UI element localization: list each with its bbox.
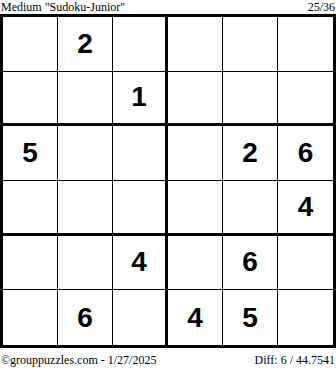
cell-r3c4[interactable] bbox=[168, 126, 223, 181]
given-digit: 5 bbox=[242, 302, 258, 334]
cell-r2c4[interactable] bbox=[168, 72, 223, 127]
given-digit: 4 bbox=[187, 302, 203, 334]
given-digit: 6 bbox=[242, 246, 258, 278]
cell-r3c1: 5 bbox=[3, 126, 58, 181]
cell-r1c3[interactable] bbox=[113, 17, 168, 72]
puzzle-header: Medium "Sudoku-Junior" 25/36 bbox=[0, 0, 336, 14]
puzzle-counter: 25/36 bbox=[308, 1, 335, 14]
given-digit: 4 bbox=[298, 191, 314, 223]
puzzle-footer: ©grouppuzzles.com - 1/27/2025 Diff: 6 / … bbox=[0, 354, 336, 367]
sudoku-board: 21526446645 bbox=[0, 14, 336, 348]
given-digit: 5 bbox=[22, 137, 38, 169]
cell-r4c5[interactable] bbox=[223, 181, 278, 236]
cell-r1c2: 2 bbox=[58, 17, 113, 72]
cell-r3c3[interactable] bbox=[113, 126, 168, 181]
puzzle-title: Medium "Sudoku-Junior" bbox=[1, 1, 125, 14]
cell-r5c6[interactable] bbox=[278, 236, 333, 291]
cell-r5c3: 4 bbox=[113, 236, 168, 291]
cell-r6c6[interactable] bbox=[278, 290, 333, 345]
cell-r2c3: 1 bbox=[113, 72, 168, 127]
cell-r5c4[interactable] bbox=[168, 236, 223, 291]
cell-r5c5: 6 bbox=[223, 236, 278, 291]
cell-r5c1[interactable] bbox=[3, 236, 58, 291]
given-digit: 6 bbox=[298, 137, 314, 169]
cell-r5c2[interactable] bbox=[58, 236, 113, 291]
cell-r3c5: 2 bbox=[223, 126, 278, 181]
given-digit: 4 bbox=[131, 246, 147, 278]
given-digit: 2 bbox=[77, 28, 93, 60]
cell-r2c6[interactable] bbox=[278, 72, 333, 127]
cell-r1c6[interactable] bbox=[278, 17, 333, 72]
cell-r4c3[interactable] bbox=[113, 181, 168, 236]
cell-r4c6: 4 bbox=[278, 181, 333, 236]
cell-r3c2[interactable] bbox=[58, 126, 113, 181]
cell-r6c5: 5 bbox=[223, 290, 278, 345]
cell-r6c1[interactable] bbox=[3, 290, 58, 345]
given-digit: 6 bbox=[77, 302, 93, 334]
cell-r3c6: 6 bbox=[278, 126, 333, 181]
puzzle-page: Medium "Sudoku-Junior" 25/36 21526446645… bbox=[0, 0, 336, 370]
cell-r6c4: 4 bbox=[168, 290, 223, 345]
difficulty-text: Diff: 6 / 44.7541 bbox=[255, 354, 335, 367]
cell-r1c4[interactable] bbox=[168, 17, 223, 72]
cell-r4c4[interactable] bbox=[168, 181, 223, 236]
cell-r2c2[interactable] bbox=[58, 72, 113, 127]
cell-r1c1[interactable] bbox=[3, 17, 58, 72]
copyright-text: ©grouppuzzles.com - 1/27/2025 bbox=[1, 354, 156, 367]
cell-r6c3[interactable] bbox=[113, 290, 168, 345]
cell-r2c5[interactable] bbox=[223, 72, 278, 127]
cell-r4c2[interactable] bbox=[58, 181, 113, 236]
cell-r4c1[interactable] bbox=[3, 181, 58, 236]
cell-r6c2: 6 bbox=[58, 290, 113, 345]
given-digit: 2 bbox=[242, 137, 258, 169]
cell-r2c1[interactable] bbox=[3, 72, 58, 127]
cell-r1c5[interactable] bbox=[223, 17, 278, 72]
given-digit: 1 bbox=[131, 81, 147, 113]
